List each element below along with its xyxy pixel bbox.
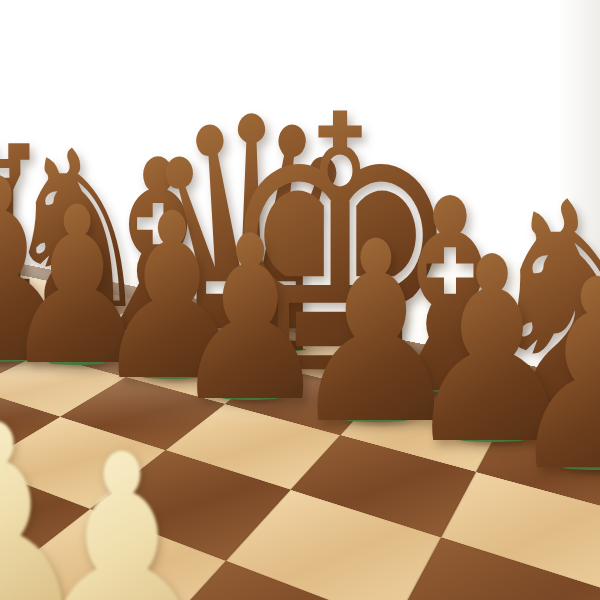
pieces-layer: ♜♞♝♛♚♝♞♟♟♟♟♟♟♟♟♟ bbox=[0, 0, 600, 600]
chess-set-photo: ♜♞♝♛♚♝♞♟♟♟♟♟♟♟♟♟ bbox=[0, 0, 600, 600]
white-pawn-glyph: ♟ bbox=[18, 416, 226, 600]
black-pawn-glyph: ♟ bbox=[505, 246, 600, 508]
